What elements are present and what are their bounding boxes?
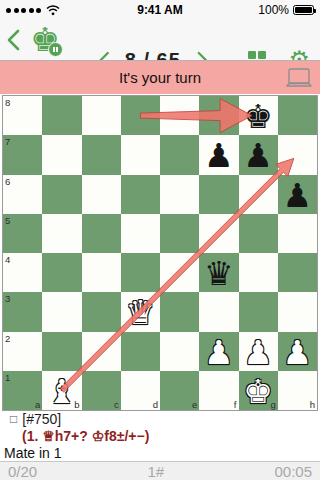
- rank-label-2: 2: [5, 333, 10, 344]
- file-label-d: d: [153, 399, 158, 410]
- piece-white-queen-d3[interactable]: ♛: [121, 292, 160, 331]
- square-h1[interactable]: h: [278, 371, 317, 410]
- laptop-icon: [285, 68, 313, 92]
- square-a8[interactable]: 8: [3, 96, 42, 135]
- rank-label-3: 3: [5, 293, 10, 304]
- square-h3[interactable]: [278, 292, 317, 331]
- white-to-move-icon: □: [10, 411, 17, 428]
- file-label-c: c: [114, 399, 119, 410]
- problem-number: [#750]: [22, 411, 61, 428]
- piece-white-pawn-f2[interactable]: ♟: [199, 332, 238, 371]
- square-b4[interactable]: [42, 253, 81, 292]
- square-d4[interactable]: [121, 253, 160, 292]
- square-g4[interactable]: [239, 253, 278, 292]
- rank-label-6: 6: [5, 176, 10, 187]
- square-c7[interactable]: [82, 135, 121, 174]
- chess-board[interactable]: 87654321abcdefgh♚♟♟♟♛♛♟♟♟♝♚: [2, 95, 318, 411]
- square-e7[interactable]: [160, 135, 199, 174]
- piece-black-king-g8[interactable]: ♚: [239, 96, 278, 135]
- file-label-a: a: [35, 399, 40, 410]
- rank-label-7: 7: [5, 136, 10, 147]
- file-label-h: h: [310, 399, 315, 410]
- back-chevron-icon[interactable]: [2, 29, 24, 51]
- turn-banner: It's your turn: [0, 60, 320, 94]
- caption-area: □ [#750] (1. ♕h7+? ♔f8±/+−) Mate in 1: [0, 411, 320, 461]
- mode-label: 1#: [147, 463, 164, 480]
- square-g5[interactable]: [239, 214, 278, 253]
- piece-white-bishop-b1[interactable]: ♝: [42, 371, 81, 410]
- square-a3[interactable]: 3: [3, 292, 42, 331]
- square-b3[interactable]: [42, 292, 81, 331]
- square-c2[interactable]: [82, 332, 121, 371]
- square-e1[interactable]: e: [160, 371, 199, 410]
- square-d5[interactable]: [121, 214, 160, 253]
- square-h5[interactable]: [278, 214, 317, 253]
- square-h7[interactable]: [278, 135, 317, 174]
- square-f6[interactable]: [199, 175, 238, 214]
- signal-dots-icon: [6, 8, 41, 13]
- square-b8[interactable]: [42, 96, 81, 135]
- status-bar: 9:41 AM 100%: [0, 0, 320, 20]
- square-d2[interactable]: [121, 332, 160, 371]
- refuted-variation: (1. ♕h7+? ♔f8±/+−): [0, 428, 320, 445]
- app-logo-king-icon[interactable]: ♚: [26, 22, 64, 58]
- score-counter: 0/20: [8, 463, 37, 480]
- timer-label: 00:05: [274, 463, 312, 480]
- nav-bar: ♚ 8 / 65 ⚙: [0, 20, 320, 60]
- rank-label-5: 5: [5, 215, 10, 226]
- battery-percent: 100%: [258, 3, 289, 17]
- square-f8[interactable]: [199, 96, 238, 135]
- square-h8[interactable]: [278, 96, 317, 135]
- file-label-f: f: [234, 399, 237, 410]
- square-b5[interactable]: [42, 214, 81, 253]
- square-e4[interactable]: [160, 253, 199, 292]
- square-f1[interactable]: f: [199, 371, 238, 410]
- status-left: [6, 5, 60, 16]
- square-c3[interactable]: [82, 292, 121, 331]
- square-e3[interactable]: [160, 292, 199, 331]
- square-e2[interactable]: [160, 332, 199, 371]
- piece-white-pawn-g2[interactable]: ♟: [239, 332, 278, 371]
- battery-icon: [293, 5, 314, 15]
- square-a4[interactable]: 4: [3, 253, 42, 292]
- phone-screen: 9:41 AM 100% ♚ 8 / 65 ⚙ It's: [0, 0, 320, 480]
- square-e8[interactable]: [160, 96, 199, 135]
- square-e5[interactable]: [160, 214, 199, 253]
- square-b2[interactable]: [42, 332, 81, 371]
- square-d1[interactable]: d: [121, 371, 160, 410]
- square-a6[interactable]: 6: [3, 175, 42, 214]
- rank-label-1: 1: [5, 372, 10, 383]
- task-label: Mate in 1: [0, 445, 320, 461]
- square-d8[interactable]: [121, 96, 160, 135]
- square-f3[interactable]: [199, 292, 238, 331]
- square-b7[interactable]: [42, 135, 81, 174]
- problem-header: □ [#750]: [0, 411, 320, 428]
- square-d6[interactable]: [121, 175, 160, 214]
- piece-black-pawn-g7[interactable]: ♟: [239, 135, 278, 174]
- piece-black-pawn-f7[interactable]: ♟: [199, 135, 238, 174]
- square-c4[interactable]: [82, 253, 121, 292]
- wifi-icon: [46, 5, 60, 16]
- file-label-e: e: [192, 399, 197, 410]
- square-h4[interactable]: [278, 253, 317, 292]
- square-a1[interactable]: 1a: [3, 371, 42, 410]
- square-c8[interactable]: [82, 96, 121, 135]
- square-b6[interactable]: [42, 175, 81, 214]
- square-d7[interactable]: [121, 135, 160, 174]
- square-g6[interactable]: [239, 175, 278, 214]
- square-c6[interactable]: [82, 175, 121, 214]
- square-g3[interactable]: [239, 292, 278, 331]
- square-e6[interactable]: [160, 175, 199, 214]
- pause-badge-icon: [48, 42, 63, 57]
- piece-black-queen-f4[interactable]: ♛: [199, 253, 238, 292]
- status-right: 100%: [258, 3, 314, 17]
- turn-banner-text: It's your turn: [119, 69, 201, 86]
- square-a7[interactable]: 7: [3, 135, 42, 174]
- piece-black-pawn-h6[interactable]: ♟: [278, 175, 317, 214]
- piece-white-king-g1[interactable]: ♚: [239, 371, 278, 410]
- piece-white-pawn-h2[interactable]: ♟: [278, 332, 317, 371]
- square-c1[interactable]: c: [82, 371, 121, 410]
- square-c5[interactable]: [82, 214, 121, 253]
- square-a2[interactable]: 2: [3, 332, 42, 371]
- rank-label-4: 4: [5, 254, 10, 265]
- square-f5[interactable]: [199, 214, 238, 253]
- rank-label-8: 8: [5, 97, 10, 108]
- square-a5[interactable]: 5: [3, 214, 42, 253]
- footer-bar: 0/20 1# 00:05: [0, 461, 320, 480]
